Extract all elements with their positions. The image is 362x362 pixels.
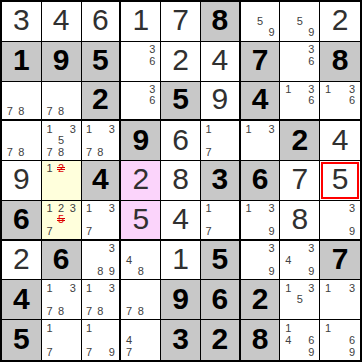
pencil-grid: 47 bbox=[121, 320, 160, 360]
cell-r1c6[interactable]: 8 bbox=[201, 2, 241, 42]
cell-r6c1[interactable]: 6 bbox=[2, 201, 42, 241]
pencil-mark: 7 bbox=[46, 106, 54, 117]
cell-r1c7[interactable]: 59 bbox=[241, 2, 281, 42]
given-digit: 6 bbox=[252, 164, 269, 194]
pencil-mark: 5 bbox=[57, 135, 65, 146]
pencil-mark: 3 bbox=[69, 124, 77, 135]
pencil-mark: 1 bbox=[244, 124, 252, 135]
cell-r5c8[interactable]: 7 bbox=[280, 161, 320, 201]
pencil-grid: 13 bbox=[241, 121, 280, 160]
cell-r9c4[interactable]: 47 bbox=[121, 320, 161, 360]
cell-r6c8[interactable]: 8 bbox=[280, 201, 320, 241]
pencil-mark: 9 bbox=[108, 347, 116, 358]
pencil-mark: 3 bbox=[348, 203, 356, 214]
pencil-mark: 3 bbox=[148, 44, 156, 55]
cell-r7c5[interactable]: 1 bbox=[161, 241, 201, 281]
pencil-mark: 8 bbox=[57, 306, 65, 317]
cell-r6c2[interactable]: 12357 bbox=[42, 201, 82, 241]
pencil-grid: 349 bbox=[280, 241, 319, 280]
pencil-grid: 36 bbox=[121, 82, 160, 120]
cell-r8c1[interactable]: 4 bbox=[2, 280, 42, 320]
pencil-mark: 7 bbox=[6, 147, 14, 158]
cell-r4c1[interactable]: 78 bbox=[2, 121, 42, 161]
pencil-mark: 7 bbox=[6, 106, 14, 117]
pencil-mark: 4 bbox=[284, 255, 292, 266]
cell-r2c5[interactable]: 2 bbox=[161, 42, 201, 82]
pencil-mark: 6 bbox=[148, 95, 156, 106]
solved-digit: 3 bbox=[13, 5, 30, 35]
cell-r1c5[interactable]: 7 bbox=[161, 2, 201, 42]
cell-r8c9[interactable]: 13 bbox=[320, 280, 360, 320]
pencil-grid: 78 bbox=[42, 82, 81, 120]
pencil-mark: 9 bbox=[307, 266, 315, 277]
given-digit: 9 bbox=[132, 125, 149, 155]
pencil-mark: 7 bbox=[204, 147, 212, 158]
given-digit: 7 bbox=[252, 45, 269, 75]
given-digit: 5 bbox=[13, 324, 30, 354]
pencil-mark: 8 bbox=[96, 306, 104, 317]
cell-r6c9[interactable]: 39 bbox=[320, 201, 360, 241]
pencil-mark: 3 bbox=[108, 203, 116, 214]
cell-r7c4[interactable]: 48 bbox=[121, 241, 161, 281]
cell-r3c2[interactable]: 78 bbox=[42, 82, 82, 122]
cell-r4c7[interactable]: 13 bbox=[241, 121, 281, 161]
pencil-mark: 7 bbox=[46, 306, 54, 317]
cell-r2c9[interactable]: 8 bbox=[320, 42, 360, 82]
cell-r7c6[interactable]: 5 bbox=[201, 241, 241, 281]
pencil-mark: 8 bbox=[137, 306, 145, 317]
pencil-mark: 9 bbox=[268, 226, 276, 237]
sudoku-board: 3461785959219536247368787823659413613678… bbox=[0, 0, 362, 362]
cell-r1c4[interactable]: 1 bbox=[121, 2, 161, 42]
given-digit: 6 bbox=[53, 244, 70, 274]
cell-r1c1[interactable]: 3 bbox=[2, 2, 42, 42]
pencil-grid: 17 bbox=[201, 121, 239, 160]
given-digit: 4 bbox=[252, 84, 269, 114]
pencil-mark: 1 bbox=[324, 283, 332, 294]
pencil-mark: 7 bbox=[85, 347, 93, 358]
cell-r7c1[interactable]: 2 bbox=[2, 241, 42, 281]
cell-r2c2[interactable]: 9 bbox=[42, 42, 82, 82]
pencil-mark: 4 bbox=[125, 335, 133, 346]
pencil-mark: 1 bbox=[324, 84, 332, 95]
pencil-mark: 7 bbox=[46, 226, 54, 237]
pencil-grid: 12 bbox=[42, 161, 81, 200]
cell-r5c4[interactable]: 2 bbox=[121, 161, 161, 201]
cell-r1c2[interactable]: 4 bbox=[42, 2, 82, 42]
pencil-mark: 5 bbox=[296, 294, 304, 305]
cell-r3c1[interactable]: 78 bbox=[2, 82, 42, 122]
cell-r9c5[interactable]: 3 bbox=[161, 320, 201, 360]
pencil-mark: 8 bbox=[57, 147, 65, 158]
struck-pencil-mark: 2 bbox=[57, 163, 65, 174]
cell-r8c4[interactable]: 78 bbox=[121, 280, 161, 320]
solved-digit: 6 bbox=[92, 5, 109, 35]
cell-r4c8[interactable]: 2 bbox=[280, 121, 320, 161]
pencil-grid: 179 bbox=[82, 320, 120, 360]
pencil-grid: 136 bbox=[280, 82, 319, 120]
pencil-mark: 1 bbox=[284, 283, 292, 294]
given-digit: 3 bbox=[211, 164, 228, 194]
given-digit: 1 bbox=[13, 45, 30, 75]
given-digit: 2 bbox=[92, 84, 109, 114]
pencil-mark: 3 bbox=[108, 283, 116, 294]
cell-r9c2[interactable]: 17 bbox=[42, 320, 82, 360]
pencil-mark: 9 bbox=[108, 266, 116, 277]
cell-r7c7[interactable]: 39 bbox=[241, 241, 281, 281]
cell-r7c8[interactable]: 349 bbox=[280, 241, 320, 281]
pencil-mark: 8 bbox=[137, 266, 145, 277]
given-digit: 2 bbox=[291, 125, 308, 155]
pencil-grid: 137 bbox=[82, 201, 120, 239]
solved-digit: 9 bbox=[211, 84, 228, 114]
pencil-mark: 8 bbox=[57, 106, 65, 117]
cell-r2c8[interactable]: 36 bbox=[280, 42, 320, 82]
solved-digit: 4 bbox=[53, 5, 70, 35]
pencil-mark: 3 bbox=[108, 243, 116, 254]
pencil-mark: 3 bbox=[69, 283, 77, 294]
given-digit: 4 bbox=[92, 164, 109, 194]
cell-r7c9[interactable]: 7 bbox=[320, 241, 360, 281]
cell-r2c3[interactable]: 5 bbox=[82, 42, 122, 82]
cell-r8c8[interactable]: 135 bbox=[280, 280, 320, 320]
solved-digit: 5 bbox=[132, 204, 149, 234]
pencil-mark: 1 bbox=[284, 323, 292, 334]
pencil-mark: 4 bbox=[284, 335, 292, 346]
solved-digit: 7 bbox=[291, 164, 308, 194]
pencil-mark: 1 bbox=[204, 203, 212, 214]
cell-r5c6[interactable]: 3 bbox=[201, 161, 241, 201]
given-digit: 7 bbox=[332, 244, 349, 274]
pencil-mark: 3 bbox=[69, 203, 77, 214]
pencil-grid: 36 bbox=[280, 42, 319, 81]
struck-pencil-mark: 5 bbox=[57, 214, 65, 225]
pencil-grid: 139 bbox=[241, 201, 280, 239]
solved-digit: 1 bbox=[172, 244, 189, 274]
cell-r1c9[interactable]: 2 bbox=[320, 2, 360, 42]
pencil-mark: 8 bbox=[17, 106, 25, 117]
pencil-mark: 7 bbox=[85, 306, 93, 317]
solved-digit: 4 bbox=[172, 204, 189, 234]
pencil-grid: 17 bbox=[201, 201, 239, 239]
cell-r4c3[interactable]: 1378 bbox=[82, 121, 122, 161]
given-digit: 4 bbox=[13, 284, 30, 314]
cell-r4c9[interactable]: 4 bbox=[320, 121, 360, 161]
cell-r5c5[interactable]: 8 bbox=[161, 161, 201, 201]
pencil-mark: 1 bbox=[85, 323, 93, 334]
pencil-grid: 78 bbox=[2, 121, 41, 160]
pencil-mark: 1 bbox=[46, 283, 54, 294]
solved-digit: 4 bbox=[211, 45, 228, 75]
cell-r5c9[interactable]: 5 bbox=[320, 161, 360, 201]
cell-r1c3[interactable]: 6 bbox=[82, 2, 122, 42]
pencil-mark: 9 bbox=[348, 226, 356, 237]
cell-r1c8[interactable]: 59 bbox=[280, 2, 320, 42]
solved-digit: 7 bbox=[172, 5, 189, 35]
cell-r9c6[interactable]: 2 bbox=[201, 320, 241, 360]
pencil-grid: 78 bbox=[121, 280, 160, 319]
cell-r2c1[interactable]: 1 bbox=[2, 42, 42, 82]
solved-digit: 1 bbox=[132, 5, 149, 35]
given-digit: 8 bbox=[252, 324, 269, 354]
pencil-grid: 48 bbox=[121, 241, 160, 280]
cell-r3c3[interactable]: 2 bbox=[82, 82, 122, 122]
pencil-mark: 7 bbox=[204, 226, 212, 237]
pencil-mark: 6 bbox=[307, 56, 315, 67]
pencil-mark: 3 bbox=[307, 243, 315, 254]
solved-digit: 5 bbox=[332, 164, 349, 194]
cell-r2c7[interactable]: 7 bbox=[241, 42, 281, 82]
cell-r2c6[interactable]: 4 bbox=[201, 42, 241, 82]
pencil-mark: 9 bbox=[348, 347, 356, 358]
pencil-mark: 6 bbox=[348, 335, 356, 346]
cell-r7c2[interactable]: 6 bbox=[42, 241, 82, 281]
given-digit: 8 bbox=[332, 45, 349, 75]
pencil-mark: 1 bbox=[46, 203, 54, 214]
pencil-mark: 3 bbox=[348, 283, 356, 294]
pencil-grid: 135 bbox=[280, 280, 319, 319]
pencil-mark: 1 bbox=[46, 124, 54, 135]
given-digit: 9 bbox=[172, 284, 189, 314]
pencil-grid: 1378 bbox=[82, 280, 120, 319]
pencil-mark: 9 bbox=[307, 347, 315, 358]
pencil-mark: 3 bbox=[307, 44, 315, 55]
given-digit: 5 bbox=[211, 244, 228, 274]
pencil-grid: 39 bbox=[241, 241, 280, 280]
cell-r5c7[interactable]: 6 bbox=[241, 161, 281, 201]
pencil-mark: 4 bbox=[125, 255, 133, 266]
pencil-mark: 1 bbox=[204, 124, 212, 135]
cell-r3c5[interactable]: 5 bbox=[161, 82, 201, 122]
pencil-mark: 3 bbox=[268, 124, 276, 135]
cell-r5c2[interactable]: 12 bbox=[42, 161, 82, 201]
cell-r6c4[interactable]: 5 bbox=[121, 201, 161, 241]
cell-r4c2[interactable]: 13578 bbox=[42, 121, 82, 161]
pencil-grid: 78 bbox=[2, 82, 41, 120]
pencil-grid: 59 bbox=[241, 2, 280, 41]
pencil-mark: 6 bbox=[148, 56, 156, 67]
pencil-mark: 8 bbox=[96, 147, 104, 158]
pencil-mark: 3 bbox=[307, 283, 315, 294]
given-digit: 6 bbox=[211, 284, 228, 314]
pencil-mark: 7 bbox=[46, 147, 54, 158]
cell-r9c7[interactable]: 8 bbox=[241, 320, 281, 360]
pencil-grid: 36 bbox=[121, 42, 160, 81]
solved-digit: 9 bbox=[13, 164, 30, 194]
pencil-grid: 1378 bbox=[42, 280, 81, 319]
cell-r4c6[interactable]: 17 bbox=[201, 121, 241, 161]
solved-digit: 2 bbox=[13, 244, 30, 274]
cell-r9c3[interactable]: 179 bbox=[82, 320, 122, 360]
pencil-grid: 59 bbox=[280, 2, 319, 41]
pencil-mark: 7 bbox=[125, 306, 133, 317]
given-digit: 5 bbox=[92, 45, 109, 75]
pencil-grid: 389 bbox=[82, 241, 120, 280]
pencil-mark: 3 bbox=[268, 203, 276, 214]
pencil-mark: 5 bbox=[256, 16, 264, 27]
cell-r6c5[interactable]: 4 bbox=[161, 201, 201, 241]
cell-r5c1[interactable]: 9 bbox=[2, 161, 42, 201]
pencil-mark: 8 bbox=[17, 147, 25, 158]
solved-digit: 8 bbox=[291, 204, 308, 234]
cell-r8c3[interactable]: 1378 bbox=[82, 280, 122, 320]
cell-r5c3[interactable]: 4 bbox=[82, 161, 122, 201]
pencil-grid: 169 bbox=[320, 320, 360, 360]
solved-digit: 2 bbox=[332, 5, 349, 35]
pencil-mark: 6 bbox=[307, 95, 315, 106]
pencil-mark: 1 bbox=[284, 84, 292, 95]
cell-r6c3[interactable]: 137 bbox=[82, 201, 122, 241]
pencil-grid: 13 bbox=[320, 280, 360, 319]
cell-r8c6[interactable]: 6 bbox=[201, 280, 241, 320]
pencil-grid: 39 bbox=[320, 201, 360, 239]
pencil-mark: 7 bbox=[46, 347, 54, 358]
pencil-mark: 7 bbox=[85, 226, 93, 237]
pencil-mark: 7 bbox=[85, 147, 93, 158]
pencil-grid: 1469 bbox=[280, 320, 319, 360]
cell-r3c9[interactable]: 136 bbox=[320, 82, 360, 122]
given-digit: 3 bbox=[172, 324, 189, 354]
pencil-mark: 9 bbox=[307, 27, 315, 38]
cell-r9c9[interactable]: 169 bbox=[320, 320, 360, 360]
pencil-mark: 7 bbox=[125, 347, 133, 358]
pencil-grid: 12357 bbox=[42, 201, 81, 239]
cell-r3c4[interactable]: 36 bbox=[121, 82, 161, 122]
pencil-mark: 1 bbox=[46, 323, 54, 334]
pencil-mark: 1 bbox=[85, 203, 93, 214]
cell-r3c7[interactable]: 4 bbox=[241, 82, 281, 122]
given-digit: 6 bbox=[13, 204, 30, 234]
cell-r6c7[interactable]: 139 bbox=[241, 201, 281, 241]
pencil-mark: 1 bbox=[85, 283, 93, 294]
cell-r9c8[interactable]: 1469 bbox=[280, 320, 320, 360]
cell-r3c8[interactable]: 136 bbox=[280, 82, 320, 122]
pencil-mark: 1 bbox=[324, 323, 332, 334]
pencil-mark: 5 bbox=[296, 16, 304, 27]
cell-r6c6[interactable]: 17 bbox=[201, 201, 241, 241]
cell-r8c5[interactable]: 9 bbox=[161, 280, 201, 320]
pencil-mark: 3 bbox=[108, 124, 116, 135]
cell-r7c3[interactable]: 389 bbox=[82, 241, 122, 281]
pencil-mark: 1 bbox=[46, 163, 54, 174]
pencil-grid: 136 bbox=[320, 82, 360, 120]
given-digit: 9 bbox=[53, 45, 70, 75]
solved-digit: 2 bbox=[132, 164, 149, 194]
cell-r4c4[interactable]: 9 bbox=[121, 121, 161, 161]
given-digit: 2 bbox=[252, 284, 269, 314]
pencil-mark: 6 bbox=[307, 335, 315, 346]
pencil-mark: 6 bbox=[348, 95, 356, 106]
pencil-grid: 1378 bbox=[82, 121, 120, 160]
pencil-grid: 13578 bbox=[42, 121, 81, 160]
pencil-mark: 9 bbox=[268, 266, 276, 277]
cell-r8c2[interactable]: 1378 bbox=[42, 280, 82, 320]
pencil-mark: 3 bbox=[268, 243, 276, 254]
pencil-mark: 8 bbox=[96, 266, 104, 277]
given-digit: 5 bbox=[172, 84, 189, 114]
pencil-mark: 1 bbox=[244, 203, 252, 214]
cell-r2c4[interactable]: 36 bbox=[121, 42, 161, 82]
cell-r3c6[interactable]: 9 bbox=[201, 82, 241, 122]
solved-digit: 4 bbox=[332, 125, 349, 155]
cell-r9c1[interactable]: 5 bbox=[2, 320, 42, 360]
cell-r8c7[interactable]: 2 bbox=[241, 280, 281, 320]
solved-digit: 2 bbox=[172, 45, 189, 75]
given-digit: 2 bbox=[211, 324, 228, 354]
pencil-grid: 17 bbox=[42, 320, 81, 360]
pencil-mark: 9 bbox=[268, 27, 276, 38]
cell-r4c5[interactable]: 6 bbox=[161, 121, 201, 161]
solved-digit: 6 bbox=[172, 125, 189, 155]
given-digit: 8 bbox=[211, 5, 228, 35]
pencil-mark: 1 bbox=[85, 124, 93, 135]
solved-digit: 8 bbox=[172, 164, 189, 194]
